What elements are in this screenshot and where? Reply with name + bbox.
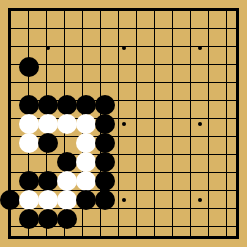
intersection[interactable] — [0, 228, 19, 247]
intersection[interactable] — [57, 76, 76, 95]
intersection[interactable] — [171, 171, 190, 190]
intersection[interactable] — [190, 57, 209, 76]
intersection[interactable] — [133, 209, 152, 228]
intersection[interactable] — [228, 19, 247, 38]
intersection[interactable] — [95, 38, 114, 57]
intersection[interactable] — [0, 152, 19, 171]
intersection[interactable] — [0, 209, 19, 228]
intersection[interactable]: ● — [95, 114, 114, 133]
intersection[interactable] — [228, 171, 247, 190]
intersection[interactable] — [133, 57, 152, 76]
intersection[interactable] — [152, 190, 171, 209]
black-stone: ● — [95, 190, 115, 210]
intersection[interactable] — [190, 171, 209, 190]
intersection[interactable]: ● — [95, 190, 114, 209]
intersection[interactable] — [133, 19, 152, 38]
intersection[interactable]: ● — [38, 190, 57, 209]
intersection[interactable] — [152, 95, 171, 114]
intersection[interactable] — [190, 0, 209, 19]
intersection[interactable]: ● — [57, 190, 76, 209]
intersection[interactable] — [114, 171, 133, 190]
intersection[interactable] — [38, 38, 57, 57]
intersection[interactable] — [19, 152, 38, 171]
intersection[interactable] — [57, 19, 76, 38]
white-stone: ● — [76, 114, 96, 134]
intersection[interactable] — [209, 114, 228, 133]
intersection[interactable] — [133, 38, 152, 57]
intersection[interactable] — [228, 228, 247, 247]
black-stone: ● — [76, 190, 96, 210]
white-stone: ● — [19, 133, 39, 153]
intersection[interactable] — [57, 228, 76, 247]
black-stone: ● — [38, 133, 58, 153]
intersection[interactable] — [95, 19, 114, 38]
intersection[interactable] — [209, 19, 228, 38]
intersection[interactable]: ● — [95, 152, 114, 171]
intersection[interactable]: ● — [76, 171, 95, 190]
intersection[interactable] — [152, 38, 171, 57]
intersection[interactable] — [171, 209, 190, 228]
intersection[interactable]: ● — [57, 152, 76, 171]
intersection[interactable] — [114, 57, 133, 76]
intersection[interactable]: ● — [19, 190, 38, 209]
intersection[interactable] — [190, 76, 209, 95]
intersection[interactable] — [38, 0, 57, 19]
go-board: ●●●●●●●●●●●●●●●●●●●●●●●●●●●●●●●● — [0, 0, 247, 247]
intersection[interactable] — [171, 228, 190, 247]
intersection[interactable] — [171, 95, 190, 114]
intersection[interactable] — [190, 19, 209, 38]
intersection[interactable] — [95, 0, 114, 19]
intersection[interactable] — [19, 76, 38, 95]
intersection[interactable] — [133, 171, 152, 190]
intersection[interactable] — [114, 152, 133, 171]
black-stone: ● — [19, 57, 39, 77]
intersection[interactable] — [152, 19, 171, 38]
intersection[interactable] — [209, 38, 228, 57]
white-stone: ● — [57, 190, 77, 210]
intersection[interactable] — [190, 114, 209, 133]
intersection[interactable] — [209, 171, 228, 190]
intersection[interactable] — [228, 133, 247, 152]
intersection[interactable] — [171, 38, 190, 57]
intersection[interactable] — [114, 76, 133, 95]
black-stone: ● — [57, 152, 77, 172]
intersection[interactable] — [0, 0, 19, 19]
black-stone: ● — [57, 95, 77, 115]
intersection[interactable]: ● — [19, 133, 38, 152]
intersection[interactable]: ● — [0, 190, 19, 209]
intersection[interactable] — [209, 57, 228, 76]
black-stone: ● — [95, 95, 115, 115]
intersection[interactable] — [190, 152, 209, 171]
intersection[interactable] — [152, 228, 171, 247]
intersection[interactable] — [19, 19, 38, 38]
intersection[interactable] — [190, 38, 209, 57]
intersection[interactable] — [190, 190, 209, 209]
intersection[interactable] — [171, 133, 190, 152]
intersection[interactable] — [133, 95, 152, 114]
white-stone: ● — [76, 133, 96, 153]
intersection[interactable]: ● — [19, 209, 38, 228]
intersection[interactable] — [228, 38, 247, 57]
intersection[interactable] — [133, 228, 152, 247]
intersection[interactable] — [171, 114, 190, 133]
intersection[interactable]: ● — [38, 171, 57, 190]
intersection[interactable] — [19, 0, 38, 19]
intersection[interactable] — [228, 209, 247, 228]
white-stone: ● — [38, 114, 58, 134]
intersection[interactable] — [76, 228, 95, 247]
intersection[interactable] — [209, 0, 228, 19]
intersection[interactable] — [171, 76, 190, 95]
intersection[interactable] — [209, 152, 228, 171]
black-stone: ● — [38, 171, 58, 191]
white-stone: ● — [19, 190, 39, 210]
intersection[interactable] — [171, 190, 190, 209]
intersection[interactable] — [209, 95, 228, 114]
intersection[interactable] — [0, 114, 19, 133]
intersection[interactable]: ● — [19, 57, 38, 76]
black-stone: ● — [0, 190, 20, 210]
intersection[interactable] — [95, 209, 114, 228]
black-stone: ● — [95, 152, 115, 172]
intersection[interactable] — [57, 57, 76, 76]
intersection[interactable] — [0, 133, 19, 152]
black-stone: ● — [38, 95, 58, 115]
intersection[interactable] — [152, 0, 171, 19]
intersection[interactable] — [57, 133, 76, 152]
black-stone: ● — [38, 209, 58, 229]
intersection[interactable] — [171, 19, 190, 38]
intersection[interactable] — [209, 209, 228, 228]
intersection[interactable] — [171, 152, 190, 171]
intersection[interactable] — [57, 0, 76, 19]
intersection[interactable] — [76, 19, 95, 38]
intersection[interactable]: ● — [19, 95, 38, 114]
intersection[interactable]: ● — [38, 114, 57, 133]
intersection[interactable] — [171, 57, 190, 76]
white-stone: ● — [57, 114, 77, 134]
intersection[interactable] — [114, 209, 133, 228]
intersection[interactable] — [152, 209, 171, 228]
intersection[interactable] — [114, 133, 133, 152]
intersection[interactable] — [76, 57, 95, 76]
intersection[interactable] — [38, 57, 57, 76]
black-stone: ● — [57, 209, 77, 229]
intersection[interactable] — [228, 114, 247, 133]
intersection[interactable] — [190, 95, 209, 114]
intersection[interactable] — [228, 57, 247, 76]
intersection[interactable]: ● — [76, 114, 95, 133]
intersection[interactable] — [152, 152, 171, 171]
intersection[interactable] — [0, 19, 19, 38]
intersection[interactable] — [133, 0, 152, 19]
intersection[interactable] — [38, 228, 57, 247]
intersection[interactable] — [133, 133, 152, 152]
intersection[interactable] — [228, 95, 247, 114]
intersection[interactable] — [152, 57, 171, 76]
intersection[interactable]: ● — [57, 95, 76, 114]
intersection[interactable] — [114, 38, 133, 57]
intersection[interactable] — [209, 190, 228, 209]
intersection[interactable] — [190, 228, 209, 247]
intersection[interactable] — [76, 209, 95, 228]
intersection[interactable] — [95, 57, 114, 76]
intersection[interactable] — [133, 152, 152, 171]
intersection[interactable] — [114, 114, 133, 133]
black-stone: ● — [19, 171, 39, 191]
board-intersections: ●●●●●●●●●●●●●●●●●●●●●●●●●●●●●●●● — [0, 0, 247, 247]
intersection[interactable] — [152, 171, 171, 190]
intersection[interactable]: ● — [57, 114, 76, 133]
intersection[interactable] — [76, 38, 95, 57]
intersection[interactable] — [38, 19, 57, 38]
intersection[interactable] — [38, 152, 57, 171]
intersection[interactable] — [152, 133, 171, 152]
intersection[interactable]: ● — [76, 133, 95, 152]
intersection[interactable]: ● — [57, 171, 76, 190]
intersection[interactable] — [133, 190, 152, 209]
intersection[interactable] — [95, 228, 114, 247]
intersection[interactable]: ● — [76, 95, 95, 114]
intersection[interactable] — [171, 0, 190, 19]
intersection[interactable] — [114, 228, 133, 247]
intersection[interactable]: ● — [38, 209, 57, 228]
intersection[interactable] — [0, 171, 19, 190]
intersection[interactable] — [152, 114, 171, 133]
intersection[interactable]: ● — [38, 95, 57, 114]
intersection[interactable] — [190, 133, 209, 152]
intersection[interactable]: ● — [38, 133, 57, 152]
black-stone: ● — [95, 133, 115, 153]
intersection[interactable] — [228, 0, 247, 19]
intersection[interactable] — [0, 38, 19, 57]
intersection[interactable] — [228, 190, 247, 209]
intersection[interactable]: ● — [76, 190, 95, 209]
black-stone: ● — [95, 171, 115, 191]
intersection[interactable]: ● — [19, 114, 38, 133]
intersection[interactable] — [114, 19, 133, 38]
white-stone: ● — [57, 171, 77, 191]
intersection[interactable] — [0, 57, 19, 76]
black-stone: ● — [19, 95, 39, 115]
intersection[interactable] — [209, 133, 228, 152]
intersection[interactable] — [19, 38, 38, 57]
intersection[interactable] — [114, 95, 133, 114]
black-stone: ● — [76, 95, 96, 115]
intersection[interactable] — [133, 114, 152, 133]
intersection[interactable] — [228, 76, 247, 95]
intersection[interactable]: ● — [95, 133, 114, 152]
intersection[interactable] — [76, 0, 95, 19]
intersection[interactable] — [0, 76, 19, 95]
white-stone: ● — [38, 190, 58, 210]
intersection[interactable] — [152, 76, 171, 95]
intersection[interactable]: ● — [57, 209, 76, 228]
intersection[interactable] — [228, 152, 247, 171]
intersection[interactable] — [57, 38, 76, 57]
intersection[interactable] — [209, 228, 228, 247]
intersection[interactable] — [19, 228, 38, 247]
intersection[interactable] — [38, 76, 57, 95]
white-stone: ● — [19, 114, 39, 134]
intersection[interactable] — [95, 76, 114, 95]
intersection[interactable] — [190, 209, 209, 228]
intersection[interactable]: ● — [76, 152, 95, 171]
intersection[interactable]: ● — [95, 95, 114, 114]
intersection[interactable] — [133, 76, 152, 95]
intersection[interactable] — [0, 95, 19, 114]
white-stone: ● — [76, 171, 96, 191]
white-stone: ● — [76, 152, 96, 172]
intersection[interactable] — [76, 76, 95, 95]
intersection[interactable] — [209, 76, 228, 95]
intersection[interactable]: ● — [95, 171, 114, 190]
intersection[interactable]: ● — [19, 171, 38, 190]
black-stone: ● — [95, 114, 115, 134]
intersection[interactable] — [114, 0, 133, 19]
intersection[interactable] — [114, 190, 133, 209]
black-stone: ● — [19, 209, 39, 229]
